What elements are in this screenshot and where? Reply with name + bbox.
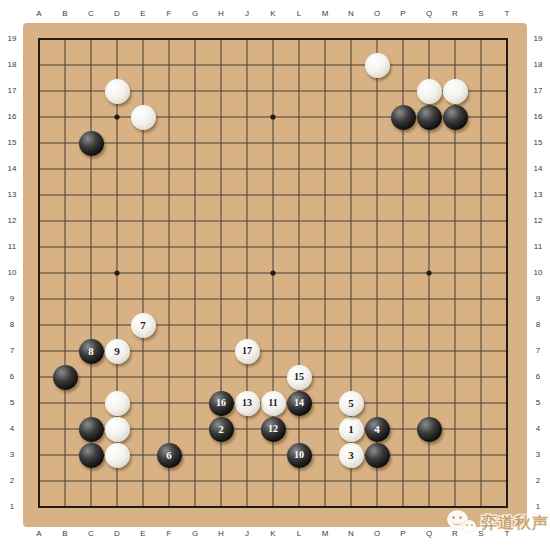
move-number: 10	[294, 450, 304, 460]
stone-white-D7: 9	[105, 339, 130, 364]
stone-black-P16	[391, 105, 416, 130]
stone-black-L3: 10	[287, 443, 312, 468]
move-number: 2	[218, 424, 224, 435]
go-diagram: AABBCCDDEEFFGGHHJJKKLLMMNNOOPPQQRRSSTT19…	[0, 0, 550, 550]
stone-black-B6	[53, 365, 78, 390]
stone-black-R16	[443, 105, 468, 130]
stone-black-L5: 14	[287, 391, 312, 416]
move-number: 9	[114, 346, 120, 357]
move-number: 13	[242, 398, 252, 408]
wechat-bubble-small	[463, 520, 476, 532]
stone-white-D17	[105, 79, 130, 104]
move-number: 7	[140, 320, 146, 331]
stone-black-O4: 4	[365, 417, 390, 442]
stone-black-H4: 2	[209, 417, 234, 442]
stones-layer: 1234567891011121314151617	[0, 0, 550, 550]
stone-black-K4: 12	[261, 417, 286, 442]
move-number: 5	[348, 398, 354, 409]
stone-white-N3: 3	[339, 443, 364, 468]
stone-white-K5: 11	[261, 391, 286, 416]
move-number: 14	[294, 398, 304, 408]
stone-white-O18	[365, 53, 390, 78]
move-number: 4	[374, 424, 380, 435]
stone-black-F3: 6	[157, 443, 182, 468]
stone-black-C7: 8	[79, 339, 104, 364]
move-number: 6	[166, 450, 172, 461]
stone-black-Q4	[417, 417, 442, 442]
move-number: 1	[348, 424, 354, 435]
move-number: 8	[88, 346, 94, 357]
stone-white-D4	[105, 417, 130, 442]
stone-white-J7: 17	[235, 339, 260, 364]
stone-white-N4: 1	[339, 417, 364, 442]
stone-black-O3	[365, 443, 390, 468]
move-number: 15	[294, 372, 304, 382]
move-number: 16	[216, 398, 226, 408]
move-number: 3	[348, 450, 354, 461]
stone-white-E16	[131, 105, 156, 130]
stone-white-E8: 7	[131, 313, 156, 338]
stone-black-C4	[79, 417, 104, 442]
stone-white-Q17	[417, 79, 442, 104]
move-number: 11	[268, 398, 277, 408]
stone-black-C3	[79, 443, 104, 468]
watermark-text: 弈道秋声	[481, 513, 549, 534]
stone-white-D5	[105, 391, 130, 416]
stone-white-R17	[443, 79, 468, 104]
move-number: 17	[242, 346, 252, 356]
move-number: 12	[268, 424, 278, 434]
wechat-logo-icon	[446, 507, 479, 540]
stone-white-J5: 13	[235, 391, 260, 416]
stone-black-Q16	[417, 105, 442, 130]
stone-white-L6: 15	[287, 365, 312, 390]
watermark: 弈道秋声	[446, 506, 549, 540]
stone-black-C15	[79, 131, 104, 156]
stone-black-H5: 16	[209, 391, 234, 416]
stone-white-D3	[105, 443, 130, 468]
stone-white-N5: 5	[339, 391, 364, 416]
